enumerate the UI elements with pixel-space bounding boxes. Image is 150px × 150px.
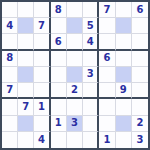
cell-r7c3-given-1: 1 bbox=[34, 99, 50, 115]
cell-r7c5[interactable] bbox=[67, 99, 83, 115]
cell-r2c3-given-7: 7 bbox=[34, 18, 50, 34]
cell-r3c7[interactable] bbox=[99, 34, 115, 50]
cell-r1c5[interactable] bbox=[67, 2, 83, 18]
cell-r8c3[interactable] bbox=[34, 116, 50, 132]
cell-r9c9-given-3: 3 bbox=[132, 132, 148, 148]
cell-r3c5[interactable] bbox=[67, 34, 83, 50]
cell-r9c2[interactable] bbox=[18, 132, 34, 148]
cell-r6c4[interactable] bbox=[51, 83, 67, 99]
cell-r3c2[interactable] bbox=[18, 34, 34, 50]
cell-r2c5[interactable] bbox=[67, 18, 83, 34]
cell-r5c3[interactable] bbox=[34, 67, 50, 83]
cell-r7c2-given-7: 7 bbox=[18, 99, 34, 115]
cell-r3c9[interactable] bbox=[132, 34, 148, 50]
cell-r3c4-given-6: 6 bbox=[51, 34, 67, 50]
cell-r6c3[interactable] bbox=[34, 83, 50, 99]
cell-r7c9[interactable] bbox=[132, 99, 148, 115]
cell-r1c2[interactable] bbox=[18, 2, 34, 18]
cell-r8c4-given-1: 1 bbox=[51, 116, 67, 132]
cell-r9c3-given-4: 4 bbox=[34, 132, 50, 148]
cell-r6c5-given-2: 2 bbox=[67, 83, 83, 99]
cell-r1c6[interactable] bbox=[83, 2, 99, 18]
cell-r5c8[interactable] bbox=[116, 67, 132, 83]
cell-r7c4[interactable] bbox=[51, 99, 67, 115]
cell-r9c6[interactable] bbox=[83, 132, 99, 148]
cell-r4c8[interactable] bbox=[116, 51, 132, 67]
cell-r8c9-given-2: 2 bbox=[132, 116, 148, 132]
cell-r5c6-given-3: 3 bbox=[83, 67, 99, 83]
cell-r3c6-given-4: 4 bbox=[83, 34, 99, 50]
cell-r1c9-given-6: 6 bbox=[132, 2, 148, 18]
cell-r5c5[interactable] bbox=[67, 67, 83, 83]
cell-r5c7[interactable] bbox=[99, 67, 115, 83]
cell-r5c4[interactable] bbox=[51, 67, 67, 83]
cell-r6c8-given-9: 9 bbox=[116, 83, 132, 99]
cell-r4c4[interactable] bbox=[51, 51, 67, 67]
cell-r6c1-given-7: 7 bbox=[2, 83, 18, 99]
cell-r4c7-given-6: 6 bbox=[99, 51, 115, 67]
cell-r5c1[interactable] bbox=[2, 67, 18, 83]
cell-r7c8[interactable] bbox=[116, 99, 132, 115]
cell-r7c6[interactable] bbox=[83, 99, 99, 115]
cell-r6c2[interactable] bbox=[18, 83, 34, 99]
cell-r2c9[interactable] bbox=[132, 18, 148, 34]
cell-r8c6[interactable] bbox=[83, 116, 99, 132]
cell-r8c7[interactable] bbox=[99, 116, 115, 132]
cell-r8c8[interactable] bbox=[116, 116, 132, 132]
cell-r4c2[interactable] bbox=[18, 51, 34, 67]
cell-r9c4[interactable] bbox=[51, 132, 67, 148]
cell-r7c1[interactable] bbox=[2, 99, 18, 115]
cell-r3c1[interactable] bbox=[2, 34, 18, 50]
cell-r9c7-given-1: 1 bbox=[99, 132, 115, 148]
cell-r1c1[interactable] bbox=[2, 2, 18, 18]
cell-r9c1[interactable] bbox=[2, 132, 18, 148]
cell-r4c1-given-8: 8 bbox=[2, 51, 18, 67]
cell-r1c4-given-8: 8 bbox=[51, 2, 67, 18]
sudoku-board: 8764756486372971132413 bbox=[0, 0, 150, 150]
cell-r8c1[interactable] bbox=[2, 116, 18, 132]
cell-r4c9[interactable] bbox=[132, 51, 148, 67]
cell-r2c8[interactable] bbox=[116, 18, 132, 34]
cell-r5c2[interactable] bbox=[18, 67, 34, 83]
cell-r2c4[interactable] bbox=[51, 18, 67, 34]
cell-r5c9[interactable] bbox=[132, 67, 148, 83]
cell-r6c9[interactable] bbox=[132, 83, 148, 99]
cell-r7c7[interactable] bbox=[99, 99, 115, 115]
cell-r1c8[interactable] bbox=[116, 2, 132, 18]
cell-r9c5[interactable] bbox=[67, 132, 83, 148]
cell-r9c8[interactable] bbox=[116, 132, 132, 148]
cell-r4c3[interactable] bbox=[34, 51, 50, 67]
cell-r3c8[interactable] bbox=[116, 34, 132, 50]
cell-r4c5[interactable] bbox=[67, 51, 83, 67]
cell-r1c7-given-7: 7 bbox=[99, 2, 115, 18]
cell-r2c6-given-5: 5 bbox=[83, 18, 99, 34]
cell-r8c2[interactable] bbox=[18, 116, 34, 132]
cell-r4c6[interactable] bbox=[83, 51, 99, 67]
cell-r3c3[interactable] bbox=[34, 34, 50, 50]
cell-r1c3[interactable] bbox=[34, 2, 50, 18]
cell-r8c5-given-3: 3 bbox=[67, 116, 83, 132]
cell-r2c2[interactable] bbox=[18, 18, 34, 34]
cell-r6c7[interactable] bbox=[99, 83, 115, 99]
cell-r6c6[interactable] bbox=[83, 83, 99, 99]
cell-r2c7[interactable] bbox=[99, 18, 115, 34]
cell-r2c1-given-4: 4 bbox=[2, 18, 18, 34]
